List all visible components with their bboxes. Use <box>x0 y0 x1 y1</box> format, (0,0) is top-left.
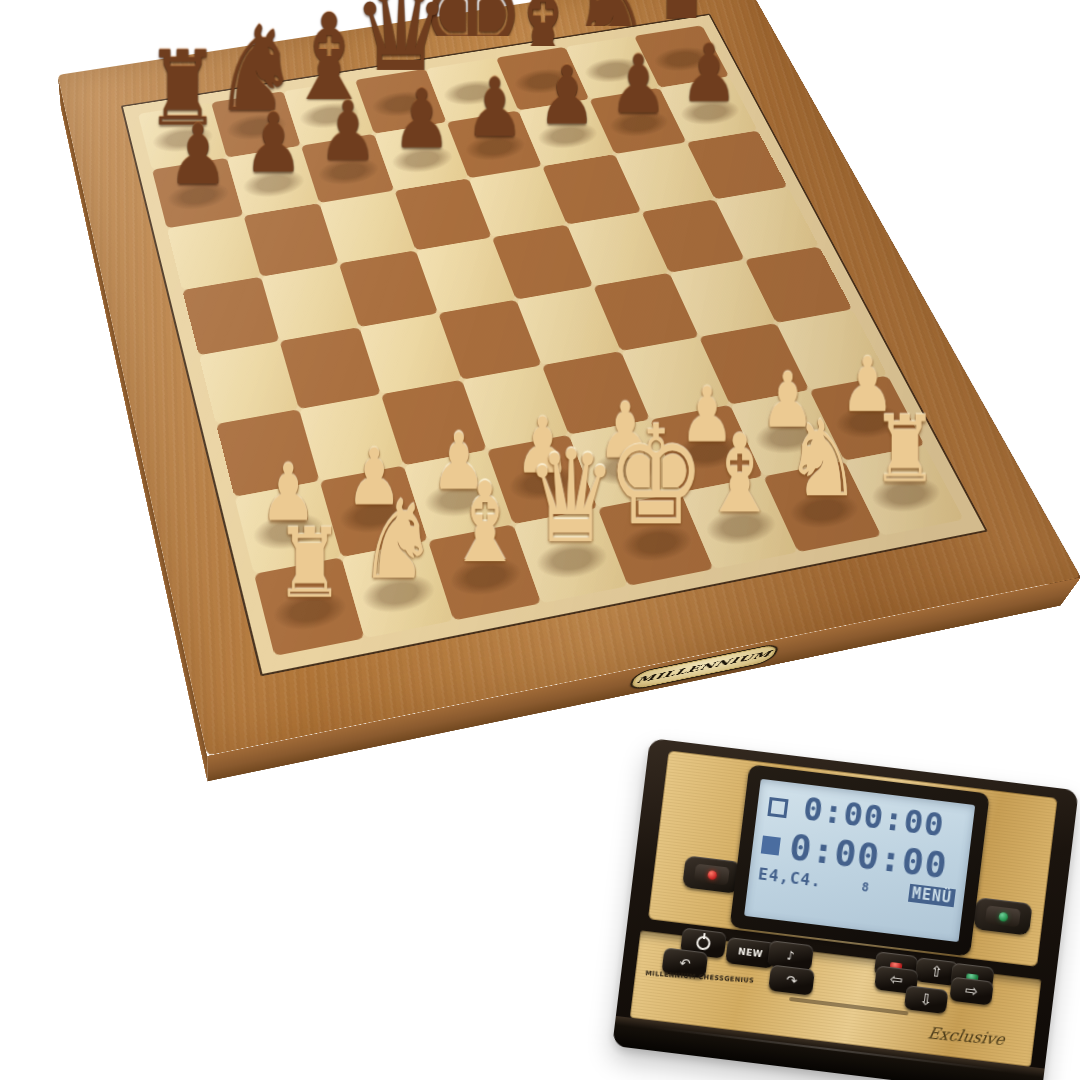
red-led-icon <box>707 870 717 880</box>
scene: ♜♞♝♛♚♝♞♜♟♟♟♟♟♟♟♟♟♟♟♟♟♟♟♟♜♞♝♛♚♝♞♜ MILLENN… <box>0 0 1080 1080</box>
square-a1[interactable]: ♜ <box>254 557 365 656</box>
piece-black-pawn[interactable]: ♟ <box>318 91 377 173</box>
right-arrow-icon: ⇨ <box>964 983 978 999</box>
piece-white-knight[interactable]: ♞ <box>785 406 861 511</box>
chess-board: ♜♞♝♛♚♝♞♜♟♟♟♟♟♟♟♟♟♟♟♟♟♟♟♟♜♞♝♛♚♝♞♜ MILLENN… <box>58 0 1080 756</box>
black-to-move-icon <box>761 835 781 855</box>
piece-white-rook[interactable]: ♜ <box>871 404 937 496</box>
piece-black-pawn[interactable]: ♟ <box>392 79 451 161</box>
red-led-button[interactable] <box>682 855 741 894</box>
piece-black-pawn[interactable]: ♟ <box>680 34 737 114</box>
piece-black-pawn[interactable]: ♟ <box>538 56 596 137</box>
square-c1[interactable]: ♝ <box>428 524 541 620</box>
power-icon <box>696 935 712 951</box>
green-led-icon <box>998 911 1008 921</box>
piece-black-pawn[interactable]: ♟ <box>243 102 302 185</box>
down-arrow-icon: ⇩ <box>919 991 933 1007</box>
piece-white-rook[interactable]: ♜ <box>275 516 344 612</box>
square-a6[interactable] <box>167 216 261 290</box>
green-led-button[interactable] <box>973 897 1032 936</box>
book-icon: 8 <box>861 879 870 894</box>
piece-black-pawn[interactable]: ♟ <box>465 67 523 148</box>
piece-white-knight[interactable]: ♞ <box>358 486 436 595</box>
piece-black-pawn[interactable]: ♟ <box>168 114 228 197</box>
piece-white-bishop[interactable]: ♝ <box>701 420 779 528</box>
board-perspective-wrapper: ♜♞♝♛♚♝♞♜♟♟♟♟♟♟♟♟♟♟♟♟♟♟♟♟♜♞♝♛♚♝♞♜ MILLENN… <box>116 0 916 700</box>
right-arrow-button[interactable]: ⇨ <box>949 977 994 1006</box>
chess-computer-console: 0:00:00 0:00:00 E4,C4. 8 MENÜ ↶ NEW ♪ ↷ … <box>612 738 1079 1080</box>
take-back-icon: ↶ <box>679 956 691 970</box>
piece-white-bishop[interactable]: ♝ <box>445 467 524 577</box>
lcd-screen: 0:00:00 0:00:00 E4,C4. 8 MENÜ <box>744 779 975 942</box>
square-c5[interactable] <box>339 250 438 327</box>
lcd-bezel: 0:00:00 0:00:00 E4,C4. 8 MENÜ <box>730 764 990 956</box>
piece-white-queen[interactable]: ♛ <box>525 433 616 560</box>
white-to-move-icon <box>767 797 788 818</box>
square-g4[interactable] <box>669 260 776 337</box>
up-arrow-icon: ⇧ <box>929 963 943 979</box>
left-arrow-icon: ⇦ <box>889 972 903 988</box>
piece-white-king[interactable]: ♚ <box>606 407 705 545</box>
sound-icon: ♪ <box>786 949 795 962</box>
piece-black-pawn[interactable]: ♟ <box>609 45 667 126</box>
down-arrow-button[interactable]: ⇩ <box>904 985 949 1014</box>
menu-label: MENÜ <box>908 883 956 906</box>
